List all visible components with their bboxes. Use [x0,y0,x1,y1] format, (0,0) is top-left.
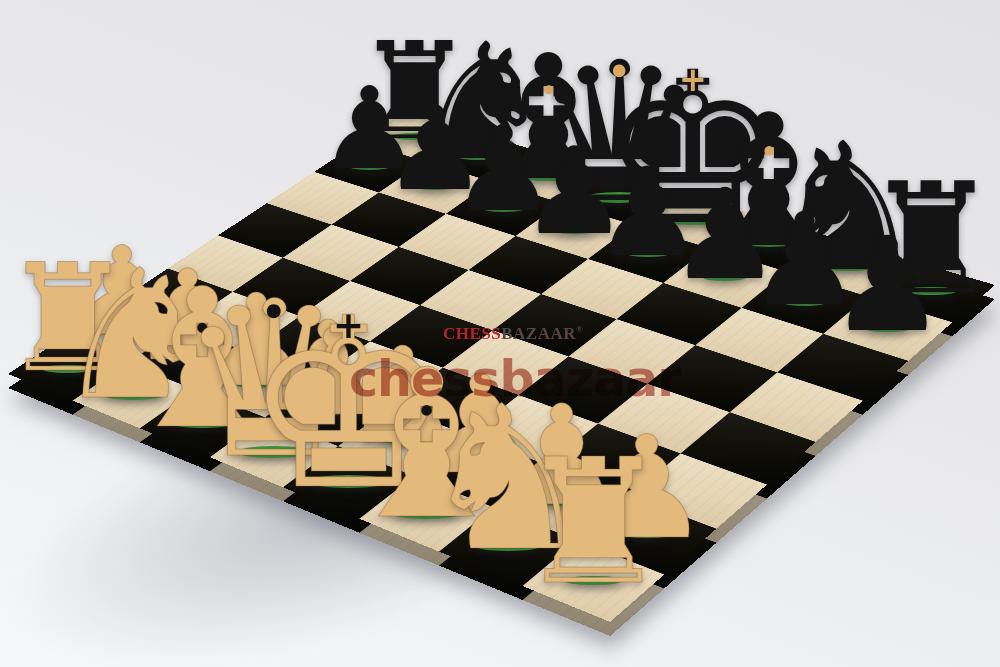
finial-cross: + [679,63,707,97]
watermark-small-chess: CHESS [443,324,501,343]
chess-set-product-photo: ♜♞♝●♛●♚+♝●♞♜♟♟♟♟♟♟♟♟♟♟♟♟♟♟♟♟♜♞♝●♛●♚+♝●♞♜… [0,0,1000,667]
finial-ball: ● [764,144,775,156]
watermark-small: CHESSBAZAAR® [443,324,583,344]
watermark-small-bazaar: BAZAAR [501,324,576,343]
finial-ball: ● [543,84,553,96]
watermark-large: chessbazaar [349,351,680,408]
finial-ball: ● [612,62,626,78]
registered-mark-icon: ® [576,324,583,334]
